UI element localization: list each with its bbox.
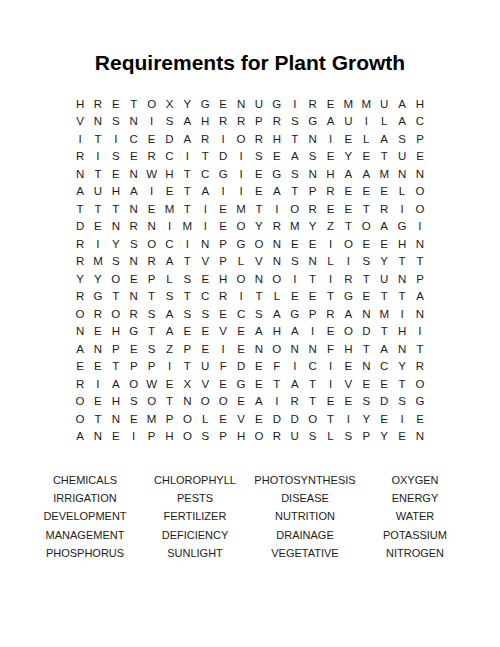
grid-cell: E [250,358,268,376]
grid-cell: I [89,235,107,253]
grid-cell: O [286,200,304,218]
grid-cell: I [89,375,107,393]
grid-cell: R [339,270,357,288]
grid-cell: U [286,428,304,446]
grid-cell: D [268,410,286,428]
grid-cell: P [304,305,322,323]
grid-cell: G [232,235,250,253]
grid-cell: I [393,410,411,428]
grid-cell: N [411,165,429,183]
word-list-item: PESTS [140,489,250,507]
grid-cell: U [375,270,393,288]
grid-cell: E [89,323,107,341]
grid-cell: T [89,165,107,183]
grid-cell: A [339,165,357,183]
grid-cell: W [143,375,161,393]
grid-cell: A [178,113,196,131]
grid-cell: N [71,323,89,341]
grid-cell: I [89,148,107,166]
grid-cell: R [71,375,89,393]
word-list-item: WATER [360,507,470,525]
grid-cell: O [411,183,429,201]
grid-cell: C [304,358,322,376]
grid-cell: A [125,183,143,201]
grid-cell: S [286,253,304,271]
grid-cell: E [375,375,393,393]
grid-cell: R [143,148,161,166]
grid-cell: O [411,375,429,393]
grid-cell: E [339,183,357,201]
grid-cell: T [393,253,411,271]
grid-cell: O [196,393,214,411]
grid-cell: H [161,428,179,446]
grid-cell: R [214,113,232,131]
grid-cell: N [393,165,411,183]
grid-cell: P [250,113,268,131]
grid-cell: S [357,253,375,271]
grid-cell: E [125,340,143,358]
grid-cell: P [143,270,161,288]
grid-cell: N [107,218,125,236]
grid-cell: O [232,270,250,288]
grid-cell: I [357,113,375,131]
grid-cell: R [322,305,340,323]
grid-cell: Y [393,358,411,376]
grid-cell: N [250,340,268,358]
grid-cell: N [89,428,107,446]
grid-cell: V [196,253,214,271]
word-list-item: DRAINAGE [250,526,360,544]
grid-cell: H [71,95,89,113]
grid-cell: T [178,253,196,271]
grid-cell: R [268,113,286,131]
grid-cell: D [214,148,232,166]
grid-cell: N [393,270,411,288]
grid-cell: N [357,358,375,376]
grid-cell: H [161,165,179,183]
grid-cell: H [107,183,125,201]
grid-cell: D [232,358,250,376]
word-list-item: SUNLIGHT [140,544,250,562]
grid-cell: R [125,305,143,323]
grid-cell: E [107,428,125,446]
grid-cell: I [322,235,340,253]
grid-cell: E [322,200,340,218]
grid-cell: A [250,323,268,341]
grid-cell: O [411,200,429,218]
word-list-item: ENERGY [360,489,470,507]
grid-cell: N [232,95,250,113]
grid-cell: N [357,305,375,323]
grid-cell: O [143,235,161,253]
grid-cell: A [161,323,179,341]
grid-cell: F [214,358,232,376]
grid-cell: T [178,165,196,183]
grid-cell: R [268,428,286,446]
grid-cell: H [268,130,286,148]
grid-cell: I [196,200,214,218]
grid-cell: E [411,148,429,166]
grid-cell: S [393,130,411,148]
grid-cell: E [214,305,232,323]
grid-cell: E [250,375,268,393]
grid-cell: U [393,148,411,166]
grid-cell: N [393,340,411,358]
grid-cell: R [411,358,429,376]
grid-cell: U [339,113,357,131]
grid-cell: T [178,200,196,218]
grid-cell: P [107,340,125,358]
grid-cell: A [393,113,411,131]
grid-cell: C [196,288,214,306]
grid-cell: D [71,218,89,236]
grid-cell: O [232,218,250,236]
grid-cell: O [357,218,375,236]
grid-cell: S [107,253,125,271]
grid-cell: E [214,200,232,218]
grid-cell: N [268,253,286,271]
grid-cell: T [143,288,161,306]
grid-cell: S [125,393,143,411]
grid-cell: A [375,130,393,148]
grid-cell: T [411,340,429,358]
grid-cell: E [357,375,375,393]
grid-cell: M [357,95,375,113]
grid-cell: I [143,183,161,201]
grid-cell: R [214,288,232,306]
grid-cell: P [161,410,179,428]
grid-cell: S [393,393,411,411]
grid-cell: I [268,200,286,218]
grid-cell: N [286,340,304,358]
grid-cell: I [339,253,357,271]
grid-cell: R [143,253,161,271]
grid-cell: R [71,148,89,166]
grid-cell: E [107,95,125,113]
grid-cell: L [393,183,411,201]
grid-cell: O [339,323,357,341]
grid-cell: I [161,358,179,376]
grid-cell: R [322,183,340,201]
grid-cell: I [232,288,250,306]
grid-cell: A [107,375,125,393]
grid-cell: M [286,218,304,236]
grid-cell: A [286,148,304,166]
grid-cell: S [250,148,268,166]
grid-cell: C [375,358,393,376]
grid-cell: T [178,183,196,201]
grid-cell: T [268,375,286,393]
grid-cell: I [286,270,304,288]
grid-cell: O [71,410,89,428]
grid-cell: O [268,270,286,288]
grid-cell: R [71,235,89,253]
grid-cell: A [357,165,375,183]
grid-cell: G [89,288,107,306]
grid-cell: E [89,218,107,236]
grid-cell: I [125,428,143,446]
grid-cell: S [125,235,143,253]
grid-cell: S [161,113,179,131]
grid-cell: M [178,218,196,236]
grid-cell: L [161,270,179,288]
grid-cell: T [393,375,411,393]
grid-cell: C [161,148,179,166]
grid-cell: H [393,323,411,341]
grid-cell: L [232,253,250,271]
word-list-item: PHOSPHORUS [30,544,140,562]
grid-cell: E [339,358,357,376]
grid-cell: V [250,253,268,271]
grid-cell: E [357,235,375,253]
grid-cell: G [411,393,429,411]
grid-cell: I [286,358,304,376]
grid-cell: T [178,358,196,376]
grid-cell: T [375,323,393,341]
grid-cell: N [304,165,322,183]
grid-cell: X [178,375,196,393]
grid-cell: P [357,428,375,446]
grid-cell: Y [304,218,322,236]
grid-cell: N [304,130,322,148]
grid-cell: L [375,113,393,131]
grid-cell: A [71,340,89,358]
grid-cell: I [322,358,340,376]
grid-cell: T [411,253,429,271]
grid-cell: E [304,235,322,253]
grid-cell: A [339,305,357,323]
grid-cell: S [304,428,322,446]
grid-cell: I [286,95,304,113]
grid-cell: T [196,148,214,166]
grid-cell: H [196,113,214,131]
grid-cell: G [286,305,304,323]
word-list-item: MANAGEMENT [30,526,140,544]
grid-cell: A [286,375,304,393]
word-list-item: PHOTOSYNTHESIS [250,471,360,489]
grid-cell: E [125,270,143,288]
grid-cell: P [214,235,232,253]
grid-cell: A [71,183,89,201]
word-list-item: OXYGEN [360,471,470,489]
grid-cell: N [196,235,214,253]
grid-cell: S [107,148,125,166]
grid-cell: O [250,428,268,446]
grid-cell: A [393,95,411,113]
grid-cell: E [250,410,268,428]
grid-cell: V [339,375,357,393]
grid-cell: P [125,358,143,376]
grid-cell: H [107,393,125,411]
grid-cell: H [322,165,340,183]
grid-cell: T [161,393,179,411]
grid-cell: E [322,95,340,113]
grid-cell: R [89,305,107,323]
grid-cell: T [71,200,89,218]
grid-cell: C [411,113,429,131]
grid-cell: R [71,288,89,306]
grid-cell: C [125,130,143,148]
grid-cell: E [71,358,89,376]
grid-cell: Y [178,95,196,113]
grid-cell: A [161,305,179,323]
grid-cell: E [161,375,179,393]
grid-cell: Y [375,253,393,271]
grid-cell: T [178,288,196,306]
grid-cell: R [286,393,304,411]
grid-cell: N [250,270,268,288]
grid-cell: E [357,183,375,201]
grid-cell: E [393,428,411,446]
grid-cell: E [250,165,268,183]
grid-cell: S [143,340,161,358]
grid-cell: P [178,340,196,358]
word-list-item: DISEASE [250,489,360,507]
grid-cell: R [196,130,214,148]
grid-cell: O [268,340,286,358]
grid-cell: E [339,200,357,218]
grid-cell: D [357,323,375,341]
grid-cell: X [161,95,179,113]
grid-cell: I [304,323,322,341]
grid-cell: L [322,428,340,446]
grid-cell: I [178,148,196,166]
grid-cell: O [107,270,125,288]
grid-cell: M [143,410,161,428]
grid-cell: O [214,393,232,411]
grid-cell: G [268,95,286,113]
grid-cell: E [322,393,340,411]
grid-cell: I [161,218,179,236]
grid-cell: S [286,113,304,131]
grid-cell: N [125,288,143,306]
grid-cell: E [339,393,357,411]
grid-cell: V [232,410,250,428]
grid-cell: L [322,253,340,271]
grid-cell: T [304,393,322,411]
grid-cell: E [214,95,232,113]
grid-cell: E [375,235,393,253]
grid-cell: G [214,165,232,183]
grid-cell: U [89,183,107,201]
grid-cell: I [178,235,196,253]
grid-cell: Y [107,235,125,253]
word-list-item: NITROGEN [360,544,470,562]
grid-cell: T [125,95,143,113]
grid-cell: C [161,235,179,253]
grid-cell: M [232,200,250,218]
grid-cell: G [393,218,411,236]
grid-cell: F [268,358,286,376]
grid-cell: R [89,95,107,113]
grid-cell: W [143,165,161,183]
grid-cell: M [339,95,357,113]
grid-cell: P [411,270,429,288]
grid-cell: Y [357,410,375,428]
grid-cell: D [161,130,179,148]
grid-cell: F [322,340,340,358]
grid-cell: O [178,410,196,428]
grid-cell: M [89,253,107,271]
grid-cell: S [178,270,196,288]
grid-cell: H [339,340,357,358]
grid-cell: E [339,130,357,148]
grid-cell: G [304,113,322,131]
grid-cell: T [375,148,393,166]
grid-cell: Y [339,148,357,166]
grid-cell: H [411,95,429,113]
grid-cell: T [286,130,304,148]
grid-cell: Y [375,428,393,446]
grid-cell: I [143,113,161,131]
grid-cell: O [71,305,89,323]
grid-cell: S [339,428,357,446]
word-list-item: CHEMICALS [30,471,140,489]
word-list-item: FERTILIZER [140,507,250,525]
grid-cell: R [71,253,89,271]
grid-cell: P [304,183,322,201]
grid-cell: I [411,218,429,236]
grid-cell: L [357,130,375,148]
grid-cell: I [322,270,340,288]
grid-cell: O [250,235,268,253]
grid-cell: H [107,323,125,341]
grid-cell: N [143,218,161,236]
grid-cell: E [89,393,107,411]
grid-cell: R [304,200,322,218]
grid-cell: A [250,393,268,411]
grid-cell: I [107,130,125,148]
grid-cell: A [375,340,393,358]
grid-cell: D [375,393,393,411]
grid-cell: N [125,200,143,218]
grid-cell: E [250,183,268,201]
grid-cell: E [375,410,393,428]
grid-cell: T [357,200,375,218]
grid-cell: G [268,165,286,183]
grid-cell: M [375,305,393,323]
grid-cell: T [107,288,125,306]
grid-cell: G [339,288,357,306]
grid-cell: T [89,130,107,148]
grid-cell: R [304,95,322,113]
grid-cell: T [89,200,107,218]
grid-cell: V [71,113,89,131]
grid-cell: S [304,148,322,166]
grid-cell: L [268,288,286,306]
grid-cell: T [339,218,357,236]
grid-cell: N [304,253,322,271]
grid-cell: S [196,305,214,323]
grid-cell: U [250,95,268,113]
grid-cell: G [196,95,214,113]
grid-cell: E [125,410,143,428]
page-title: Requirements for Plant Growth [0,0,500,75]
grid-cell: G [125,323,143,341]
grid-cell: N [125,253,143,271]
word-list-item: CHLOROPHYLL [140,471,250,489]
grid-cell: Z [322,218,340,236]
grid-cell: N [268,235,286,253]
grid-cell: P [143,358,161,376]
grid-cell: E [196,270,214,288]
grid-cell: S [286,165,304,183]
grid-cell: A [161,253,179,271]
grid-cell: E [196,340,214,358]
grid-cell: P [214,253,232,271]
grid-cell: L [196,410,214,428]
grid-cell: N [125,165,143,183]
